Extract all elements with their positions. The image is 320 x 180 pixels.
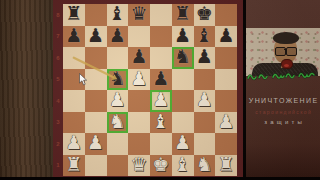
- title-line-1: УНИЧТОЖЕНИЕ: [246, 97, 320, 104]
- rank-label-6: 6: [53, 47, 63, 69]
- title-line-3: защиты: [246, 119, 320, 125]
- white-rook-h1[interactable]: ♜: [218, 155, 235, 174]
- square-b5[interactable]: [85, 69, 107, 91]
- black-pawn-a7[interactable]: ♟: [65, 26, 82, 45]
- square-g8[interactable]: ♚: [194, 4, 216, 26]
- wood-background: [0, 0, 53, 180]
- white-pawn-e4[interactable]: ♟: [152, 90, 169, 109]
- square-h2[interactable]: [215, 133, 237, 155]
- square-h1[interactable]: ♜: [215, 155, 237, 177]
- square-d8[interactable]: ♛: [128, 4, 150, 26]
- white-pawn-a2[interactable]: ♟: [65, 133, 82, 152]
- square-d5[interactable]: ♟: [128, 69, 150, 91]
- square-c3[interactable]: ♞: [107, 112, 129, 134]
- square-b6[interactable]: [85, 47, 107, 69]
- square-c4[interactable]: ♟: [107, 90, 129, 112]
- square-f5[interactable]: [172, 69, 194, 91]
- square-d2[interactable]: [128, 133, 150, 155]
- black-rook-a8[interactable]: ♜: [65, 4, 82, 23]
- black-pawn-c7[interactable]: ♟: [109, 26, 126, 45]
- black-pawn-h7[interactable]: ♟: [218, 26, 235, 45]
- rank-label-3: 3: [53, 112, 63, 134]
- rank-label-8: 8: [53, 4, 63, 26]
- black-knight-c5[interactable]: ♞: [109, 69, 126, 88]
- square-g5[interactable]: [194, 69, 216, 91]
- square-c2[interactable]: [107, 133, 129, 155]
- glasses-right-lens-icon: [286, 47, 297, 56]
- square-d3[interactable]: [128, 112, 150, 134]
- white-knight-c3[interactable]: ♞: [109, 112, 126, 131]
- square-g3[interactable]: [194, 112, 216, 134]
- square-e6[interactable]: [150, 47, 172, 69]
- black-pawn-b7[interactable]: ♟: [87, 26, 104, 45]
- white-king-e1[interactable]: ♚: [152, 155, 169, 174]
- square-g7[interactable]: ♝: [194, 26, 216, 48]
- rank-label-2: 2: [53, 133, 63, 155]
- square-a5[interactable]: [63, 69, 85, 91]
- thumbnail-stage: 87654321 ♜♝♛♜♚♟♟♟♟♝♟♟♞♟♞♟♟♟♟♟♞♝♟♟♟♟♜♛♚♝♞…: [0, 0, 320, 180]
- rank-labels: 87654321: [53, 4, 63, 176]
- square-a4[interactable]: [63, 90, 85, 112]
- rank-label-4: 4: [53, 90, 63, 112]
- rank-label-1: 1: [53, 155, 63, 177]
- black-pawn-d6[interactable]: ♟: [131, 47, 148, 66]
- square-b7[interactable]: ♟: [85, 26, 107, 48]
- rank-label-5: 5: [53, 69, 63, 91]
- square-d6[interactable]: ♟: [128, 47, 150, 69]
- square-g4[interactable]: ♟: [194, 90, 216, 112]
- square-h8[interactable]: [215, 4, 237, 26]
- right-panel: [246, 0, 320, 180]
- white-pawn-h3[interactable]: ♟: [218, 112, 235, 131]
- white-pawn-c4[interactable]: ♟: [109, 90, 126, 109]
- white-queen-d1[interactable]: ♛: [131, 155, 148, 174]
- square-b4[interactable]: [85, 90, 107, 112]
- square-e2[interactable]: [150, 133, 172, 155]
- square-e1[interactable]: ♚: [150, 155, 172, 177]
- square-c6[interactable]: [107, 47, 129, 69]
- square-e4[interactable]: ♟: [150, 90, 172, 112]
- square-f7[interactable]: ♟: [172, 26, 194, 48]
- square-b2[interactable]: ♟: [85, 133, 107, 155]
- square-b8[interactable]: [85, 4, 107, 26]
- webcam-photo: [246, 28, 320, 76]
- square-c8[interactable]: ♝: [107, 4, 129, 26]
- title-line-2: староиндийской: [246, 109, 320, 115]
- square-a1[interactable]: ♜: [63, 155, 85, 177]
- white-pawn-g4[interactable]: ♟: [196, 90, 213, 109]
- black-pawn-g6[interactable]: ♟: [196, 47, 213, 66]
- white-pawn-f2[interactable]: ♟: [174, 133, 191, 152]
- square-c1[interactable]: [107, 155, 129, 177]
- square-b3[interactable]: [85, 112, 107, 134]
- square-a7[interactable]: ♟: [63, 26, 85, 48]
- square-d1[interactable]: ♛: [128, 155, 150, 177]
- square-a2[interactable]: ♟: [63, 133, 85, 155]
- square-h5[interactable]: [215, 69, 237, 91]
- square-d4[interactable]: [128, 90, 150, 112]
- black-pawn-e5[interactable]: ♟: [152, 69, 169, 88]
- square-h6[interactable]: [215, 47, 237, 69]
- white-pawn-b2[interactable]: ♟: [87, 133, 104, 152]
- square-g1[interactable]: ♞: [194, 155, 216, 177]
- square-f8[interactable]: ♜: [172, 4, 194, 26]
- bottom-edge: [0, 177, 320, 180]
- glasses-bridge: [284, 49, 287, 50]
- white-pawn-d5[interactable]: ♟: [131, 69, 148, 88]
- square-c7[interactable]: ♟: [107, 26, 129, 48]
- square-h7[interactable]: ♟: [215, 26, 237, 48]
- square-a8[interactable]: ♜: [63, 4, 85, 26]
- white-bishop-e3[interactable]: ♝: [152, 112, 169, 131]
- black-rook-f8[interactable]: ♜: [174, 4, 191, 23]
- square-f2[interactable]: ♟: [172, 133, 194, 155]
- square-c5[interactable]: ♞: [107, 69, 129, 91]
- square-e5[interactable]: ♟: [150, 69, 172, 91]
- square-f3[interactable]: [172, 112, 194, 134]
- square-a6[interactable]: [63, 47, 85, 69]
- square-a3[interactable]: [63, 112, 85, 134]
- square-g2[interactable]: [194, 133, 216, 155]
- square-h4[interactable]: [215, 90, 237, 112]
- white-rook-a1[interactable]: ♜: [65, 155, 82, 174]
- black-knight-f6[interactable]: ♞: [174, 47, 191, 66]
- white-knight-g1[interactable]: ♞: [196, 155, 213, 174]
- square-b1[interactable]: [85, 155, 107, 177]
- black-bishop-g7[interactable]: ♝: [196, 26, 213, 45]
- board-grid[interactable]: ♜♝♛♜♚♟♟♟♟♝♟♟♞♟♞♟♟♟♟♟♞♝♟♟♟♟♜♛♚♝♞♜: [63, 4, 237, 176]
- square-f6[interactable]: ♞: [172, 47, 194, 69]
- square-f4[interactable]: [172, 90, 194, 112]
- square-g6[interactable]: ♟: [194, 47, 216, 69]
- black-bishop-c8[interactable]: ♝: [109, 4, 126, 23]
- square-f1[interactable]: ♝: [172, 155, 194, 177]
- presenter-open-mouth: [281, 59, 293, 69]
- black-pawn-f7[interactable]: ♟: [174, 26, 191, 45]
- square-e8[interactable]: [150, 4, 172, 26]
- black-queen-d8[interactable]: ♛: [131, 4, 148, 23]
- thumbnail-title-block: УНИЧТОЖЕНИЕ староиндийской защиты: [246, 97, 320, 125]
- black-king-g8[interactable]: ♚: [196, 4, 213, 23]
- white-bishop-f1[interactable]: ♝: [174, 155, 191, 174]
- square-d7[interactable]: [128, 26, 150, 48]
- square-h3[interactable]: ♟: [215, 112, 237, 134]
- presenter-hair: [273, 32, 299, 44]
- rank-label-7: 7: [53, 26, 63, 48]
- square-e3[interactable]: ♝: [150, 112, 172, 134]
- square-e7[interactable]: [150, 26, 172, 48]
